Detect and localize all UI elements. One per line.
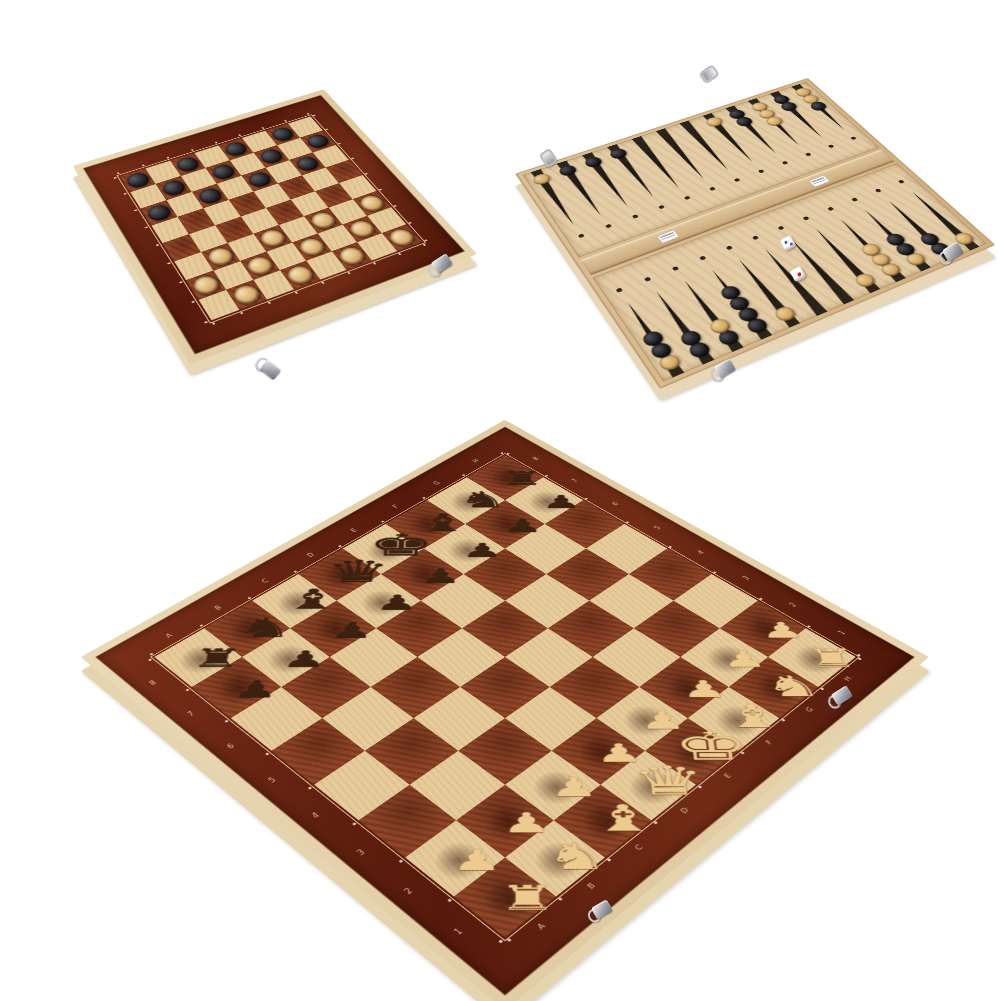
peg-hole (828, 144, 834, 148)
piece-shadow (568, 729, 637, 779)
chess-piece-white-pawn: ♟ (594, 741, 644, 765)
border-inlay-dot (352, 822, 357, 826)
chess-square-a1: ♜ (454, 858, 556, 938)
chess-square-e2: ♟ (596, 687, 687, 751)
chess-square-e3 (550, 657, 640, 718)
chess-piece-black-pawn: ♟ (374, 593, 419, 613)
file-label-E: E (723, 772, 733, 779)
chess-piece-black-queen: ♛ (324, 557, 391, 586)
border-inlay-dot (820, 688, 824, 691)
chess-piece-black-pawn: ♟ (541, 493, 582, 510)
checkers-case (73, 89, 477, 364)
peg-hole (778, 226, 785, 231)
border-inlay-dot (265, 752, 270, 755)
chess-piece-white-bishop: ♝ (590, 802, 658, 837)
backgammon-point-3 (575, 150, 640, 211)
chess-piece-white-knight: ♞ (762, 673, 824, 700)
rank-label-8: 8 (149, 680, 158, 686)
hinge-sticker-label (657, 230, 679, 243)
peg-hole (805, 153, 812, 157)
piece-shadow (422, 833, 496, 890)
chess-piece-white-knight: ♞ (545, 840, 610, 874)
chess-piece-black-bishop: ♝ (282, 587, 342, 613)
rank-label-1: 1 (454, 928, 465, 937)
piece-shadow (471, 870, 547, 929)
border-inlay-dot (224, 719, 228, 722)
border-inlay-dot (740, 752, 745, 755)
hinge-sticker-label (809, 175, 829, 186)
border-inlay-dot (653, 821, 658, 825)
peg-hole (782, 161, 789, 165)
peg-hole (726, 245, 733, 250)
chess-piece-white-pawn: ♟ (758, 620, 806, 640)
border-inlay-dot (498, 939, 503, 943)
chess-piece-black-pawn: ♟ (419, 567, 462, 586)
chess-piece-black-knight: ♞ (458, 489, 508, 510)
chess-square-c1: ♝ (554, 785, 652, 858)
chess-piece-white-pawn: ♟ (720, 649, 768, 670)
rank-label-6: 6 (226, 743, 236, 750)
backgammon-point-4 (600, 142, 666, 202)
chess-piece-black-rook: ♜ (500, 469, 544, 487)
file-label-C: C (634, 844, 645, 852)
product-photo: ♜♞♝♛♚♝♞♜♟♟♟♟♟♟♟♟♟♟♟♟♟♟♟♟♜♞♝♛♚♝♞♜ AABBCCD… (0, 0, 1001, 1001)
peg-hole (851, 198, 858, 202)
peg-hole (758, 169, 765, 173)
piece-shadow (206, 667, 273, 713)
peg-hole (684, 196, 691, 200)
chess-case: ♜♞♝♛♚♝♞♜♟♟♟♟♟♟♟♟♟♟♟♟♟♟♟♟♜♞♝♛♚♝♞♜ AABBCCD… (81, 420, 930, 1001)
piece-shadow (522, 833, 596, 890)
chess-square-b4 (365, 718, 458, 785)
chess-piece-white-rook: ♜ (804, 646, 860, 670)
file-label-H: H (843, 676, 853, 683)
rank-label-4: 4 (311, 812, 321, 820)
file-label-B: B (586, 882, 597, 891)
file-label-F: F (765, 739, 775, 746)
border-inlay-dot (307, 786, 312, 789)
border-inlay-dot (148, 658, 152, 661)
chess-square-d4 (460, 657, 550, 718)
backgammon-point-6 (649, 126, 716, 183)
chess-piece-white-bishop: ♝ (720, 702, 787, 732)
chess-square-d3 (505, 687, 596, 751)
chess-piece-white-rook: ♜ (498, 882, 557, 914)
chess-piece-black-knight: ♞ (236, 615, 295, 640)
peg-hole (875, 188, 882, 192)
rank-label-7: 7 (187, 711, 196, 718)
backgammon-point-19 (779, 234, 862, 308)
peg-hole (898, 180, 905, 184)
peg-hole (605, 224, 612, 229)
chess-piece-black-pawn: ♟ (328, 620, 374, 640)
chess-rim: ♜♞♝♛♚♝♞♜♟♟♟♟♟♟♟♟♟♟♟♟♟♟♟♟♜♞♝♛♚♝♞♜ AABBCCD… (81, 420, 930, 1001)
backgammon-point-18 (753, 244, 836, 319)
border-inlay-dot (606, 858, 611, 862)
piece-shadow (655, 667, 722, 713)
chess-square-b5 (322, 687, 413, 751)
chess-square-c2: ♟ (505, 751, 600, 821)
peg-hole (827, 207, 834, 211)
chess-square-a5 (272, 718, 365, 785)
peg-hole (616, 288, 623, 293)
border-inlay-dot (781, 719, 785, 722)
chess-square-b2: ♟ (456, 785, 554, 858)
file-label-A: A (536, 922, 547, 931)
peg-hole (850, 136, 856, 140)
border-inlay-dot (506, 938, 511, 942)
chess-piece-black-pawn: ♟ (461, 541, 503, 559)
peg-hole (578, 234, 585, 239)
peg-hole (632, 214, 639, 218)
chess-square-a2: ♟ (405, 820, 505, 896)
border-inlay-dot (398, 859, 403, 863)
backgammon-point-5 (625, 134, 691, 192)
chess-square-a7: ♟ (192, 657, 282, 718)
chess-board: ♜♞♝♛♚♝♞♜♟♟♟♟♟♟♟♟♟♟♟♟♟♟♟♟♜♞♝♛♚♝♞♜ AABBCCD… (205, 357, 805, 957)
chess-piece-black-pawn: ♟ (231, 678, 281, 700)
peg-hole (734, 178, 741, 182)
chess-square-f1: ♝ (688, 687, 779, 751)
border-inlay-dot (447, 898, 452, 902)
chess-piece-white-pawn: ♟ (549, 775, 599, 800)
chess-square-c4 (414, 687, 505, 751)
chess-square-a3 (359, 785, 457, 858)
peg-hole (644, 277, 651, 282)
chess-piece-black-rook: ♜ (189, 646, 244, 670)
chess-square-b3 (410, 751, 505, 821)
chess-square-e1: ♚ (645, 718, 738, 785)
peg-hole (803, 216, 810, 220)
border-inlay-dot (557, 897, 562, 901)
border-inlay-dot (185, 688, 189, 691)
file-label-D: D (679, 807, 690, 815)
chess-square-a4 (314, 751, 409, 821)
chess-square-a6 (231, 687, 322, 751)
rank-label-5: 5 (268, 777, 278, 784)
chess-square-f2: ♟ (639, 657, 729, 718)
metal-hinge-icon (699, 64, 720, 84)
piece-shadow (473, 797, 546, 851)
chess-square-d2: ♟ (552, 718, 645, 785)
peg-hole (752, 235, 759, 240)
peg-hole (709, 187, 716, 191)
chess-piece-white-pawn: ♟ (451, 847, 503, 875)
piece-shadow (617, 762, 688, 814)
chess-piece-black-pawn: ♟ (280, 649, 328, 670)
backgammon-point-1 (523, 167, 587, 230)
peg-hole (658, 205, 665, 209)
border-inlay-dot (857, 658, 861, 661)
chess-piece-white-pawn: ♟ (501, 810, 551, 836)
chess-piece-black-pawn: ♟ (502, 517, 543, 535)
chess-grid: ♜♞♝♛♚♝♞♜♟♟♟♟♟♟♟♟♟♟♟♟♟♟♟♟♜♞♝♛♚♝♞♜ (154, 455, 855, 937)
backgammon-case-rim (515, 78, 995, 389)
chess-square-b1: ♞ (505, 820, 605, 896)
chess-square-d1: ♛ (600, 751, 695, 821)
chess-square-c5 (371, 657, 461, 718)
backgammon-board (566, 40, 926, 376)
chess-square-g1: ♞ (729, 657, 819, 718)
piece-shadow (704, 697, 772, 744)
chess-square-b6 (281, 657, 371, 718)
file-label-G: G (805, 706, 816, 713)
piece-shadow (612, 697, 680, 744)
chess-piece-white-king: ♚ (671, 727, 752, 765)
backgammon-point-2 (549, 158, 614, 220)
piece-shadow (521, 762, 592, 814)
piece-shadow (661, 729, 730, 779)
chess-square-c3 (458, 718, 551, 785)
backgammon-point-7 (673, 118, 740, 174)
border-inlay-dot (697, 786, 702, 789)
piece-shadow (570, 797, 643, 851)
rank-label-2: 2 (404, 887, 415, 895)
peg-hole (672, 266, 679, 271)
rank-label-3: 3 (356, 849, 366, 857)
chess-piece-white-pawn: ♟ (638, 709, 687, 732)
checkers-board (116, 58, 416, 358)
peg-hole (699, 256, 706, 261)
checkers-rim (73, 89, 477, 364)
backgammon-case (515, 78, 995, 389)
chess-piece-white-queen: ♛ (630, 762, 708, 800)
